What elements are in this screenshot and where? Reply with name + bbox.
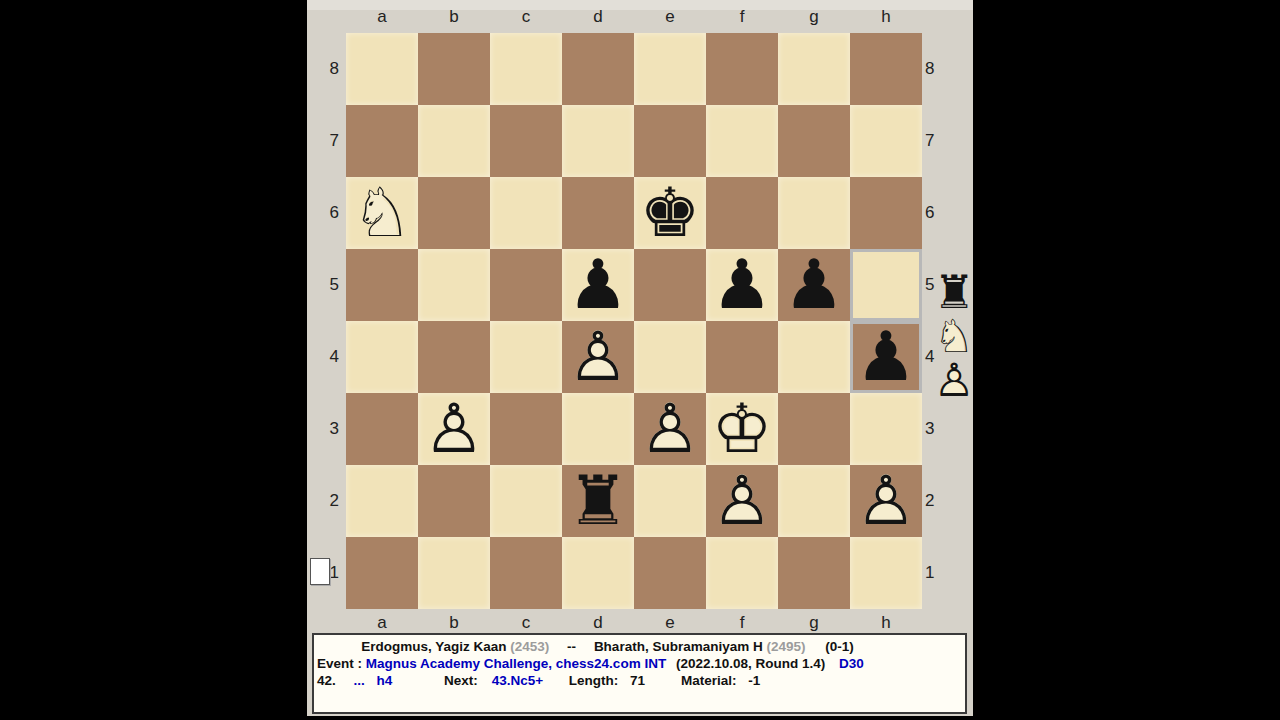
- square-b8[interactable]: [418, 33, 490, 105]
- game-info-panel: Erdogmus, Yagiz Kaan (2453) -- Bharath, …: [312, 633, 967, 714]
- file-label: f: [706, 5, 778, 29]
- tray-black-rook: ♜: [931, 270, 977, 314]
- square-c7[interactable]: [490, 105, 562, 177]
- square-b2[interactable]: [418, 465, 490, 537]
- square-b6[interactable]: [418, 177, 490, 249]
- piece-outline: ♘: [931, 314, 977, 358]
- rank-label: 7: [321, 105, 339, 177]
- event-name[interactable]: Magnus Academy Challenge, chess24.com IN…: [366, 656, 666, 671]
- white-pawn[interactable]: ♟♙: [562, 321, 634, 393]
- square-f8[interactable]: [706, 33, 778, 105]
- white-to-move-indicator: [310, 558, 330, 585]
- square-f3[interactable]: ♚♔: [706, 393, 778, 465]
- square-a7[interactable]: [346, 105, 418, 177]
- file-label: a: [346, 5, 418, 29]
- material-tray: ♜♞♘♟♙: [931, 270, 977, 402]
- white-pawn[interactable]: ♟♙: [418, 393, 490, 465]
- square-c1[interactable]: [490, 537, 562, 609]
- square-g3[interactable]: [778, 393, 850, 465]
- tray-white-knight: ♞♘: [931, 314, 977, 358]
- square-a1[interactable]: [346, 537, 418, 609]
- players-separator: --: [567, 638, 576, 655]
- next-move[interactable]: 43.Nc5+: [492, 672, 543, 689]
- current-move[interactable]: h4: [377, 672, 393, 689]
- square-e1[interactable]: [634, 537, 706, 609]
- material-value: -1: [748, 672, 760, 689]
- file-label: h: [850, 611, 922, 635]
- chess-viewer-panel: abcdefgh abcdefgh 87654321 87654321 ♞♘♚♟…: [307, 0, 973, 716]
- white-knight[interactable]: ♞♘: [346, 177, 418, 249]
- square-b1[interactable]: [418, 537, 490, 609]
- square-a2[interactable]: [346, 465, 418, 537]
- square-h1[interactable]: [850, 537, 922, 609]
- white-pawn: ♟♙: [931, 358, 977, 402]
- file-label: c: [490, 611, 562, 635]
- square-h2[interactable]: ♟♙: [850, 465, 922, 537]
- black-rook[interactable]: ♜: [562, 465, 634, 537]
- file-label: h: [850, 5, 922, 29]
- square-b5[interactable]: [418, 249, 490, 321]
- square-e4[interactable]: [634, 321, 706, 393]
- square-a6[interactable]: ♞♘: [346, 177, 418, 249]
- file-label: g: [778, 5, 850, 29]
- piece-outline: ♔: [706, 393, 778, 465]
- move-line: 42. ... h4 Next: 43.Nc5+ Length: 71 Mate…: [314, 672, 965, 689]
- white-player-name: Erdogmus, Yagiz Kaan: [361, 639, 506, 654]
- square-d6[interactable]: [562, 177, 634, 249]
- black-pawn[interactable]: ♟: [562, 249, 634, 321]
- square-e3[interactable]: ♟♙: [634, 393, 706, 465]
- piece-outline: ♙: [931, 358, 977, 402]
- move-number: 42.: [317, 673, 336, 688]
- white-king[interactable]: ♚♔: [706, 393, 778, 465]
- square-d1[interactable]: [562, 537, 634, 609]
- square-h5[interactable]: [850, 249, 922, 321]
- file-label: e: [634, 5, 706, 29]
- square-c4[interactable]: [490, 321, 562, 393]
- square-h7[interactable]: [850, 105, 922, 177]
- square-g4[interactable]: [778, 321, 850, 393]
- file-label: f: [706, 611, 778, 635]
- white-pawn[interactable]: ♟♙: [706, 465, 778, 537]
- length-label: Length:: [569, 672, 619, 689]
- square-e5[interactable]: [634, 249, 706, 321]
- square-d5[interactable]: ♟: [562, 249, 634, 321]
- square-d7[interactable]: [562, 105, 634, 177]
- square-d3[interactable]: [562, 393, 634, 465]
- square-e6[interactable]: ♚: [634, 177, 706, 249]
- piece-outline: ♙: [850, 465, 922, 537]
- file-label: a: [346, 611, 418, 635]
- piece-outline: ♙: [418, 393, 490, 465]
- screen: abcdefgh abcdefgh 87654321 87654321 ♞♘♚♟…: [0, 0, 1280, 720]
- file-label: d: [562, 5, 634, 29]
- square-b3[interactable]: ♟♙: [418, 393, 490, 465]
- length-value: 71: [630, 672, 645, 689]
- square-b7[interactable]: [418, 105, 490, 177]
- square-f4[interactable]: [706, 321, 778, 393]
- file-label: e: [634, 611, 706, 635]
- square-c5[interactable]: [490, 249, 562, 321]
- move-ellipsis: ...: [354, 672, 365, 689]
- event-line: Event : Magnus Academy Challenge, chess2…: [314, 655, 965, 672]
- square-d2[interactable]: ♜: [562, 465, 634, 537]
- square-g8[interactable]: [778, 33, 850, 105]
- square-a4[interactable]: [346, 321, 418, 393]
- rank-label: 2: [925, 465, 943, 537]
- square-g7[interactable]: [778, 105, 850, 177]
- square-g2[interactable]: [778, 465, 850, 537]
- black-rook: ♜: [931, 270, 977, 314]
- square-g5[interactable]: ♟: [778, 249, 850, 321]
- rank-label: 5: [321, 249, 339, 321]
- material-label: Material:: [681, 672, 737, 689]
- file-label: d: [562, 611, 634, 635]
- rank-label: 6: [925, 177, 943, 249]
- black-king[interactable]: ♚: [634, 177, 706, 249]
- white-pawn[interactable]: ♟♙: [850, 465, 922, 537]
- rank-label: 8: [925, 33, 943, 105]
- square-g1[interactable]: [778, 537, 850, 609]
- file-labels-top: abcdefgh: [346, 5, 922, 29]
- black-player-rating: (2495): [766, 639, 805, 654]
- rank-labels-left: 87654321: [321, 33, 339, 609]
- game-result: (0-1): [825, 638, 854, 655]
- square-f2[interactable]: ♟♙: [706, 465, 778, 537]
- rank-label: 4: [321, 321, 339, 393]
- square-g6[interactable]: [778, 177, 850, 249]
- white-player-rating: (2453): [510, 639, 549, 654]
- event-label: Event :: [317, 656, 362, 671]
- file-label: b: [418, 611, 490, 635]
- rank-label: 2: [321, 465, 339, 537]
- rank-label: 8: [321, 33, 339, 105]
- square-f7[interactable]: [706, 105, 778, 177]
- file-label: c: [490, 5, 562, 29]
- square-f1[interactable]: [706, 537, 778, 609]
- piece-outline: ♙: [562, 321, 634, 393]
- players-line: Erdogmus, Yagiz Kaan (2453) -- Bharath, …: [314, 638, 965, 655]
- square-a8[interactable]: [346, 33, 418, 105]
- rank-label: 7: [925, 105, 943, 177]
- next-label: Next:: [444, 672, 478, 689]
- square-c8[interactable]: [490, 33, 562, 105]
- square-e7[interactable]: [634, 105, 706, 177]
- black-pawn[interactable]: ♟: [706, 249, 778, 321]
- square-a5[interactable]: [346, 249, 418, 321]
- piece-outline: ♙: [634, 393, 706, 465]
- square-f6[interactable]: [706, 177, 778, 249]
- square-e8[interactable]: [634, 33, 706, 105]
- square-h4[interactable]: ♟: [850, 321, 922, 393]
- black-pawn[interactable]: ♟: [778, 249, 850, 321]
- square-c3[interactable]: [490, 393, 562, 465]
- square-h6[interactable]: [850, 177, 922, 249]
- file-labels-bottom: abcdefgh: [346, 611, 922, 635]
- square-d8[interactable]: [562, 33, 634, 105]
- rank-label: 1: [925, 537, 943, 609]
- rank-label: 3: [321, 393, 339, 465]
- square-c6[interactable]: [490, 177, 562, 249]
- square-f5[interactable]: ♟: [706, 249, 778, 321]
- file-label: g: [778, 611, 850, 635]
- square-h8[interactable]: [850, 33, 922, 105]
- square-b4[interactable]: [418, 321, 490, 393]
- square-d4[interactable]: ♟♙: [562, 321, 634, 393]
- black-player-name: Bharath, Subramaniyam H: [594, 639, 763, 654]
- square-c2[interactable]: [490, 465, 562, 537]
- file-label: b: [418, 5, 490, 29]
- square-e2[interactable]: [634, 465, 706, 537]
- piece-outline: ♙: [706, 465, 778, 537]
- square-h3[interactable]: [850, 393, 922, 465]
- rank-label: 6: [321, 177, 339, 249]
- square-a3[interactable]: [346, 393, 418, 465]
- piece-outline: ♘: [346, 177, 418, 249]
- event-details: (2022.10.08, Round 1.4): [676, 655, 825, 672]
- tray-white-pawn: ♟♙: [931, 358, 977, 402]
- eco-code[interactable]: D30: [839, 655, 864, 672]
- white-knight: ♞♘: [931, 314, 977, 358]
- black-pawn[interactable]: ♟: [850, 321, 922, 393]
- white-pawn[interactable]: ♟♙: [634, 393, 706, 465]
- chess-board[interactable]: ♞♘♚♟♟♟♟♙♟♟♙♟♙♚♔♜♟♙♟♙: [346, 33, 922, 609]
